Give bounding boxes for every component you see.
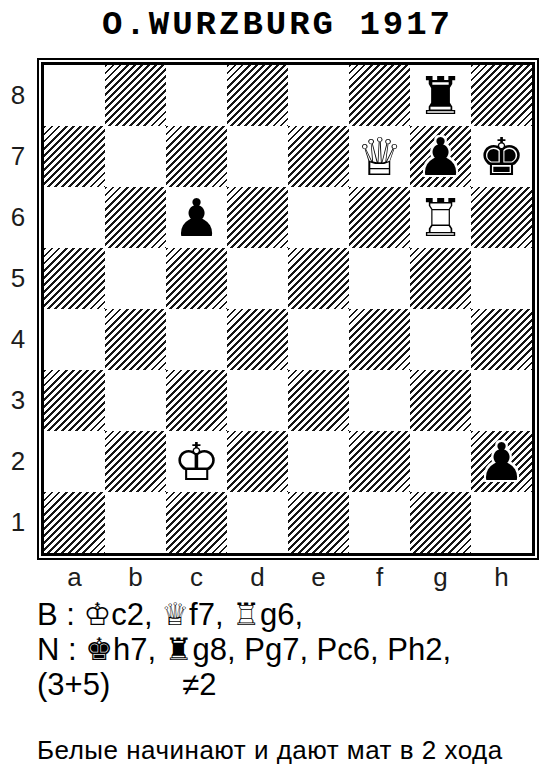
problem-title: O.WURZBURG 1917 <box>0 6 555 44</box>
square-b3 <box>105 370 166 431</box>
square-e2 <box>288 431 349 492</box>
rank-label-4: 4 <box>2 309 34 370</box>
square-f2 <box>349 431 410 492</box>
file-label-a: a <box>44 562 105 593</box>
square-d2 <box>227 431 288 492</box>
square-g1 <box>410 492 471 553</box>
square-d4 <box>227 309 288 370</box>
square-c2: ♔ <box>166 431 227 492</box>
square-g2 <box>410 431 471 492</box>
caption: B : ♔c2, ♕f7, ♖g6, N : ♚h7, ♜g8, Pg7, Pc… <box>37 597 451 702</box>
square-h5 <box>471 248 532 309</box>
square-f5 <box>349 248 410 309</box>
stipulation-symbol: ≠2 <box>182 667 216 702</box>
square-f6 <box>349 187 410 248</box>
square-g8: ♜ <box>410 65 471 126</box>
square-a1 <box>44 492 105 553</box>
square-h8 <box>471 65 532 126</box>
square-d3 <box>227 370 288 431</box>
square-d8 <box>227 65 288 126</box>
square-d1 <box>227 492 288 553</box>
rank-label-5: 5 <box>2 248 34 309</box>
material-stipulation-line: (3+5)≠2 <box>37 667 451 702</box>
black-pawn: ♟ <box>417 131 464 183</box>
chess-board: ♜♕♟♚♟♖♔♟ <box>41 62 535 556</box>
square-a5 <box>44 248 105 309</box>
square-b7 <box>105 126 166 187</box>
square-a3 <box>44 370 105 431</box>
square-e6 <box>288 187 349 248</box>
black-pawn: ♟ <box>173 192 220 244</box>
square-f1 <box>349 492 410 553</box>
white-rook: ♖ <box>417 192 464 244</box>
square-h7: ♚ <box>471 126 532 187</box>
square-c3 <box>166 370 227 431</box>
file-label-b: b <box>105 562 166 593</box>
square-a7 <box>44 126 105 187</box>
square-b5 <box>105 248 166 309</box>
black-king: ♚ <box>478 131 525 183</box>
white-queen: ♕ <box>356 131 403 183</box>
square-d6 <box>227 187 288 248</box>
square-h4 <box>471 309 532 370</box>
page: O.WURZBURG 1917 87654321 ♜♕♟♚♟♖♔♟ abcdef… <box>0 0 555 773</box>
square-a8 <box>44 65 105 126</box>
square-e8 <box>288 65 349 126</box>
square-b6 <box>105 187 166 248</box>
white-king: ♔ <box>173 436 220 488</box>
square-h6 <box>471 187 532 248</box>
rank-label-6: 6 <box>2 187 34 248</box>
square-h2: ♟ <box>471 431 532 492</box>
footer-text: Белые начинают и дают мат в 2 хода <box>37 735 503 766</box>
square-d7 <box>227 126 288 187</box>
square-g7: ♟ <box>410 126 471 187</box>
square-d5 <box>227 248 288 309</box>
rank-labels: 87654321 <box>2 65 34 553</box>
file-label-c: c <box>166 562 227 593</box>
square-c8 <box>166 65 227 126</box>
rank-label-8: 8 <box>2 65 34 126</box>
square-c1 <box>166 492 227 553</box>
rank-label-7: 7 <box>2 126 34 187</box>
square-e1 <box>288 492 349 553</box>
square-c7 <box>166 126 227 187</box>
square-g5 <box>410 248 471 309</box>
square-b4 <box>105 309 166 370</box>
rank-label-1: 1 <box>2 492 34 553</box>
white-pieces-line: B : ♔c2, ♕f7, ♖g6, <box>37 597 451 632</box>
square-e5 <box>288 248 349 309</box>
square-e3 <box>288 370 349 431</box>
square-f4 <box>349 309 410 370</box>
square-a6 <box>44 187 105 248</box>
square-f7: ♕ <box>349 126 410 187</box>
square-a2 <box>44 431 105 492</box>
square-e7 <box>288 126 349 187</box>
square-g4 <box>410 309 471 370</box>
square-g3 <box>410 370 471 431</box>
square-b1 <box>105 492 166 553</box>
square-c5 <box>166 248 227 309</box>
file-labels: abcdefgh <box>44 562 532 592</box>
rank-label-3: 3 <box>2 370 34 431</box>
file-label-e: e <box>288 562 349 593</box>
square-h1 <box>471 492 532 553</box>
file-label-d: d <box>227 562 288 593</box>
black-rook: ♜ <box>417 70 464 122</box>
square-f3 <box>349 370 410 431</box>
material-count: (3+5) <box>37 667 110 702</box>
black-pawn: ♟ <box>478 436 525 488</box>
file-label-h: h <box>471 562 532 593</box>
square-c4 <box>166 309 227 370</box>
square-b8 <box>105 65 166 126</box>
square-b2 <box>105 431 166 492</box>
rank-label-2: 2 <box>2 431 34 492</box>
black-pieces-line: N : ♚h7, ♜g8, Pg7, Pc6, Ph2, <box>37 632 451 667</box>
square-g6: ♖ <box>410 187 471 248</box>
square-h3 <box>471 370 532 431</box>
file-label-f: f <box>349 562 410 593</box>
square-a4 <box>44 309 105 370</box>
square-c6: ♟ <box>166 187 227 248</box>
chess-board-frame: ♜♕♟♚♟♖♔♟ <box>37 58 539 560</box>
square-f8 <box>349 65 410 126</box>
square-e4 <box>288 309 349 370</box>
file-label-g: g <box>410 562 471 593</box>
